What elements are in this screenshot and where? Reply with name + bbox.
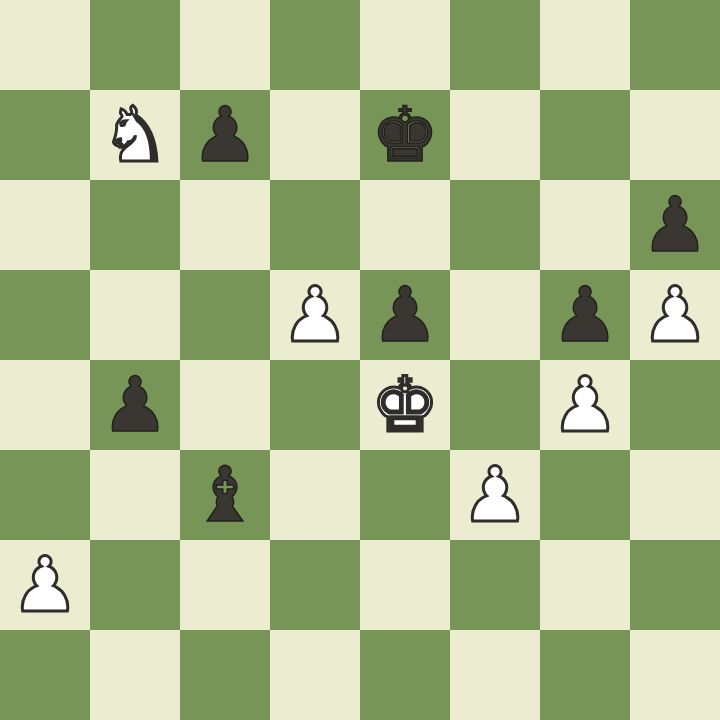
square-b8[interactable]	[90, 0, 180, 90]
square-h3[interactable]	[630, 450, 720, 540]
square-d5[interactable]: ♟	[270, 270, 360, 360]
black-pawn-piece[interactable]: ♟	[641, 180, 709, 270]
square-c4[interactable]	[180, 360, 270, 450]
square-g5[interactable]: ♟	[540, 270, 630, 360]
square-a7[interactable]	[0, 90, 90, 180]
square-g3[interactable]	[540, 450, 630, 540]
square-e7[interactable]: ♚	[360, 90, 450, 180]
square-f8[interactable]	[450, 0, 540, 90]
square-b1[interactable]	[90, 630, 180, 720]
square-h1[interactable]	[630, 630, 720, 720]
square-b6[interactable]	[90, 180, 180, 270]
chess-board: ♞♟♚♟♟♟♟♟♟♚♟♝♟♟	[0, 0, 720, 720]
square-h6[interactable]: ♟	[630, 180, 720, 270]
square-d6[interactable]	[270, 180, 360, 270]
square-e1[interactable]	[360, 630, 450, 720]
white-pawn-piece[interactable]: ♟	[641, 270, 709, 360]
square-e4[interactable]: ♚	[360, 360, 450, 450]
square-b4[interactable]: ♟	[90, 360, 180, 450]
white-pawn-piece[interactable]: ♟	[461, 450, 529, 540]
square-b5[interactable]	[90, 270, 180, 360]
white-knight-piece[interactable]: ♞	[101, 90, 169, 180]
square-g4[interactable]: ♟	[540, 360, 630, 450]
square-a1[interactable]	[0, 630, 90, 720]
square-e6[interactable]	[360, 180, 450, 270]
square-f7[interactable]	[450, 90, 540, 180]
square-e5[interactable]: ♟	[360, 270, 450, 360]
square-f2[interactable]	[450, 540, 540, 630]
square-g1[interactable]	[540, 630, 630, 720]
square-c6[interactable]	[180, 180, 270, 270]
square-e2[interactable]	[360, 540, 450, 630]
square-g6[interactable]	[540, 180, 630, 270]
square-a4[interactable]	[0, 360, 90, 450]
square-g8[interactable]	[540, 0, 630, 90]
square-c8[interactable]	[180, 0, 270, 90]
white-pawn-piece[interactable]: ♟	[281, 270, 349, 360]
square-c1[interactable]	[180, 630, 270, 720]
square-c2[interactable]	[180, 540, 270, 630]
square-f1[interactable]	[450, 630, 540, 720]
square-c3[interactable]: ♝	[180, 450, 270, 540]
black-pawn-piece[interactable]: ♟	[371, 270, 439, 360]
square-h5[interactable]: ♟	[630, 270, 720, 360]
square-d1[interactable]	[270, 630, 360, 720]
black-pawn-piece[interactable]: ♟	[101, 360, 169, 450]
chess-board-container: ♞♟♚♟♟♟♟♟♟♚♟♝♟♟	[0, 0, 720, 720]
square-g7[interactable]	[540, 90, 630, 180]
square-h7[interactable]	[630, 90, 720, 180]
square-h4[interactable]	[630, 360, 720, 450]
square-g2[interactable]	[540, 540, 630, 630]
square-d2[interactable]	[270, 540, 360, 630]
square-a2[interactable]: ♟	[0, 540, 90, 630]
black-king-piece[interactable]: ♚	[371, 90, 439, 180]
square-d7[interactable]	[270, 90, 360, 180]
square-c7[interactable]: ♟	[180, 90, 270, 180]
square-a6[interactable]	[0, 180, 90, 270]
square-a8[interactable]	[0, 0, 90, 90]
square-f6[interactable]	[450, 180, 540, 270]
black-pawn-piece[interactable]: ♟	[551, 270, 619, 360]
square-b2[interactable]	[90, 540, 180, 630]
square-h2[interactable]	[630, 540, 720, 630]
square-f3[interactable]: ♟	[450, 450, 540, 540]
square-e3[interactable]	[360, 450, 450, 540]
square-b3[interactable]	[90, 450, 180, 540]
square-f5[interactable]	[450, 270, 540, 360]
square-a3[interactable]	[0, 450, 90, 540]
square-d8[interactable]	[270, 0, 360, 90]
white-pawn-piece[interactable]: ♟	[551, 360, 619, 450]
square-f4[interactable]	[450, 360, 540, 450]
black-pawn-piece[interactable]: ♟	[191, 90, 259, 180]
white-king-piece[interactable]: ♚	[371, 360, 439, 450]
square-e8[interactable]	[360, 0, 450, 90]
square-b7[interactable]: ♞	[90, 90, 180, 180]
black-bishop-piece[interactable]: ♝	[191, 450, 259, 540]
square-h8[interactable]	[630, 0, 720, 90]
square-d3[interactable]	[270, 450, 360, 540]
square-a5[interactable]	[0, 270, 90, 360]
square-d4[interactable]	[270, 360, 360, 450]
white-pawn-piece[interactable]: ♟	[11, 540, 79, 630]
square-c5[interactable]	[180, 270, 270, 360]
